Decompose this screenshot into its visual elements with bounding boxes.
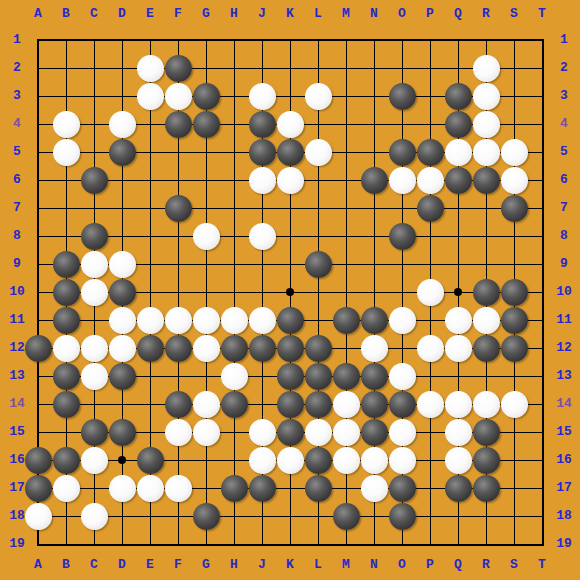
col-label-top-M: M bbox=[342, 7, 350, 21]
col-label-bottom-N: N bbox=[370, 558, 378, 572]
stone-white-E17[interactable] bbox=[137, 475, 164, 502]
row-label-right-6: 6 bbox=[560, 173, 568, 187]
star-point-D16 bbox=[118, 456, 126, 464]
stone-black-B13[interactable] bbox=[53, 363, 80, 390]
row-label-right-7: 7 bbox=[560, 201, 568, 215]
stone-white-J16[interactable] bbox=[249, 447, 276, 474]
stone-white-C13[interactable] bbox=[81, 363, 108, 390]
stone-black-F14[interactable] bbox=[165, 391, 192, 418]
stone-black-J4[interactable] bbox=[249, 111, 276, 138]
row-label-right-19: 19 bbox=[556, 537, 572, 551]
stone-white-F17[interactable] bbox=[165, 475, 192, 502]
stone-white-J3[interactable] bbox=[249, 83, 276, 110]
col-label-top-N: N bbox=[370, 7, 378, 21]
stone-black-D15[interactable] bbox=[109, 419, 136, 446]
stone-white-C9[interactable] bbox=[81, 251, 108, 278]
stone-black-F12[interactable] bbox=[165, 335, 192, 362]
row-label-right-9: 9 bbox=[560, 257, 568, 271]
row-label-right-8: 8 bbox=[560, 229, 568, 243]
stone-black-K12[interactable] bbox=[277, 335, 304, 362]
row-label-left-3: 3 bbox=[13, 89, 21, 103]
stone-white-B12[interactable] bbox=[53, 335, 80, 362]
col-label-bottom-T: T bbox=[538, 558, 546, 572]
stone-black-M18[interactable] bbox=[333, 503, 360, 530]
stone-black-S7[interactable] bbox=[501, 195, 528, 222]
stone-white-S14[interactable] bbox=[501, 391, 528, 418]
row-label-left-13: 13 bbox=[9, 369, 25, 383]
stone-black-R12[interactable] bbox=[473, 335, 500, 362]
stone-black-R17[interactable] bbox=[473, 475, 500, 502]
stone-black-O18[interactable] bbox=[389, 503, 416, 530]
stone-white-Q14[interactable] bbox=[445, 391, 472, 418]
stone-white-M15[interactable] bbox=[333, 419, 360, 446]
col-label-bottom-G: G bbox=[202, 558, 210, 572]
stone-black-G18[interactable] bbox=[193, 503, 220, 530]
stone-white-P12[interactable] bbox=[417, 335, 444, 362]
stone-white-J11[interactable] bbox=[249, 307, 276, 334]
stone-black-N6[interactable] bbox=[361, 167, 388, 194]
stone-black-R16[interactable] bbox=[473, 447, 500, 474]
stone-black-F4[interactable] bbox=[165, 111, 192, 138]
col-label-top-O: O bbox=[398, 7, 406, 21]
stone-white-R5[interactable] bbox=[473, 139, 500, 166]
stone-white-H11[interactable] bbox=[221, 307, 248, 334]
row-label-right-2: 2 bbox=[560, 61, 568, 75]
stone-white-N17[interactable] bbox=[361, 475, 388, 502]
stone-white-K16[interactable] bbox=[277, 447, 304, 474]
stone-white-C16[interactable] bbox=[81, 447, 108, 474]
stone-white-R14[interactable] bbox=[473, 391, 500, 418]
stone-white-J8[interactable] bbox=[249, 223, 276, 250]
row-label-left-10: 10 bbox=[9, 285, 25, 299]
col-label-bottom-O: O bbox=[398, 558, 406, 572]
stone-black-L9[interactable] bbox=[305, 251, 332, 278]
stone-black-C6[interactable] bbox=[81, 167, 108, 194]
row-label-left-18: 18 bbox=[9, 509, 25, 523]
stone-black-J12[interactable] bbox=[249, 335, 276, 362]
row-label-left-12: 12 bbox=[9, 341, 25, 355]
stone-black-B14[interactable] bbox=[53, 391, 80, 418]
stone-black-N15[interactable] bbox=[361, 419, 388, 446]
go-board-screen: AABBCCDDEEFFGGHHJJKKLLMMNNOOPPQQRRSSTT11… bbox=[0, 0, 580, 580]
stone-black-R6[interactable] bbox=[473, 167, 500, 194]
stone-white-R4[interactable] bbox=[473, 111, 500, 138]
stone-white-F3[interactable] bbox=[165, 83, 192, 110]
col-label-bottom-M: M bbox=[342, 558, 350, 572]
stone-black-A17[interactable] bbox=[25, 475, 52, 502]
col-label-bottom-Q: Q bbox=[454, 558, 462, 572]
stone-black-L13[interactable] bbox=[305, 363, 332, 390]
row-label-right-10: 10 bbox=[556, 285, 572, 299]
row-label-right-4: 4 bbox=[560, 117, 568, 131]
stone-black-O5[interactable] bbox=[389, 139, 416, 166]
col-label-bottom-F: F bbox=[174, 558, 182, 572]
stone-black-O3[interactable] bbox=[389, 83, 416, 110]
stone-white-M14[interactable] bbox=[333, 391, 360, 418]
stone-white-D9[interactable] bbox=[109, 251, 136, 278]
col-label-top-B: B bbox=[62, 7, 70, 21]
stone-black-N13[interactable] bbox=[361, 363, 388, 390]
stone-white-G15[interactable] bbox=[193, 419, 220, 446]
stone-white-D12[interactable] bbox=[109, 335, 136, 362]
stone-white-D11[interactable] bbox=[109, 307, 136, 334]
stone-black-F7[interactable] bbox=[165, 195, 192, 222]
stone-white-O16[interactable] bbox=[389, 447, 416, 474]
stone-black-P5[interactable] bbox=[417, 139, 444, 166]
row-label-right-3: 3 bbox=[560, 89, 568, 103]
row-label-right-13: 13 bbox=[556, 369, 572, 383]
row-label-left-16: 16 bbox=[9, 453, 25, 467]
row-label-right-15: 15 bbox=[556, 425, 572, 439]
stone-black-N11[interactable] bbox=[361, 307, 388, 334]
col-label-top-Q: Q bbox=[454, 7, 462, 21]
stone-white-D4[interactable] bbox=[109, 111, 136, 138]
stone-white-L15[interactable] bbox=[305, 419, 332, 446]
row-label-left-2: 2 bbox=[13, 61, 21, 75]
stone-black-K15[interactable] bbox=[277, 419, 304, 446]
col-label-top-A: A bbox=[34, 7, 42, 21]
col-label-top-F: F bbox=[174, 7, 182, 21]
stone-black-E12[interactable] bbox=[137, 335, 164, 362]
stone-white-O15[interactable] bbox=[389, 419, 416, 446]
stone-black-S12[interactable] bbox=[501, 335, 528, 362]
stone-black-D10[interactable] bbox=[109, 279, 136, 306]
col-label-bottom-P: P bbox=[426, 558, 434, 572]
stone-white-M16[interactable] bbox=[333, 447, 360, 474]
stone-black-L16[interactable] bbox=[305, 447, 332, 474]
row-label-left-14: 14 bbox=[9, 397, 25, 411]
stone-black-S11[interactable] bbox=[501, 307, 528, 334]
stone-black-C15[interactable] bbox=[81, 419, 108, 446]
col-label-top-P: P bbox=[426, 7, 434, 21]
stone-black-H12[interactable] bbox=[221, 335, 248, 362]
col-label-bottom-H: H bbox=[230, 558, 238, 572]
col-label-bottom-B: B bbox=[62, 558, 70, 572]
stone-white-E2[interactable] bbox=[137, 55, 164, 82]
stone-black-A12[interactable] bbox=[25, 335, 52, 362]
stone-black-D13[interactable] bbox=[109, 363, 136, 390]
row-label-left-11: 11 bbox=[9, 313, 25, 327]
col-label-top-L: L bbox=[314, 7, 322, 21]
stone-black-B10[interactable] bbox=[53, 279, 80, 306]
row-label-right-11: 11 bbox=[556, 313, 572, 327]
stone-black-L12[interactable] bbox=[305, 335, 332, 362]
stone-white-G14[interactable] bbox=[193, 391, 220, 418]
stone-black-B16[interactable] bbox=[53, 447, 80, 474]
col-label-bottom-R: R bbox=[482, 558, 490, 572]
stone-white-F11[interactable] bbox=[165, 307, 192, 334]
stone-white-Q12[interactable] bbox=[445, 335, 472, 362]
stone-black-P7[interactable] bbox=[417, 195, 444, 222]
stone-white-B5[interactable] bbox=[53, 139, 80, 166]
col-label-bottom-C: C bbox=[90, 558, 98, 572]
stone-black-J5[interactable] bbox=[249, 139, 276, 166]
stone-black-L14[interactable] bbox=[305, 391, 332, 418]
stone-black-M11[interactable] bbox=[333, 307, 360, 334]
stone-black-B11[interactable] bbox=[53, 307, 80, 334]
col-label-top-K: K bbox=[286, 7, 294, 21]
stone-white-L3[interactable] bbox=[305, 83, 332, 110]
stone-black-H14[interactable] bbox=[221, 391, 248, 418]
stone-black-R10[interactable] bbox=[473, 279, 500, 306]
row-label-right-17: 17 bbox=[556, 481, 572, 495]
stone-white-J15[interactable] bbox=[249, 419, 276, 446]
stone-black-Q17[interactable] bbox=[445, 475, 472, 502]
stone-white-S6[interactable] bbox=[501, 167, 528, 194]
stone-white-P6[interactable] bbox=[417, 167, 444, 194]
row-label-left-4: 4 bbox=[13, 117, 21, 131]
row-label-right-18: 18 bbox=[556, 509, 572, 523]
stone-black-D5[interactable] bbox=[109, 139, 136, 166]
stone-black-G4[interactable] bbox=[193, 111, 220, 138]
stone-black-C8[interactable] bbox=[81, 223, 108, 250]
row-label-left-5: 5 bbox=[13, 145, 21, 159]
stone-black-A16[interactable] bbox=[25, 447, 52, 474]
stone-white-A18[interactable] bbox=[25, 503, 52, 530]
stone-black-O8[interactable] bbox=[389, 223, 416, 250]
stone-black-R15[interactable] bbox=[473, 419, 500, 446]
stone-white-Q16[interactable] bbox=[445, 447, 472, 474]
stone-white-P14[interactable] bbox=[417, 391, 444, 418]
col-label-top-G: G bbox=[202, 7, 210, 21]
stone-black-M13[interactable] bbox=[333, 363, 360, 390]
col-label-top-T: T bbox=[538, 7, 546, 21]
stone-white-Q11[interactable] bbox=[445, 307, 472, 334]
stone-black-S10[interactable] bbox=[501, 279, 528, 306]
stone-black-L17[interactable] bbox=[305, 475, 332, 502]
stone-black-F2[interactable] bbox=[165, 55, 192, 82]
col-label-bottom-J: J bbox=[258, 558, 266, 572]
stone-white-N12[interactable] bbox=[361, 335, 388, 362]
stone-black-H17[interactable] bbox=[221, 475, 248, 502]
stone-black-J17[interactable] bbox=[249, 475, 276, 502]
stone-white-G8[interactable] bbox=[193, 223, 220, 250]
stone-white-R2[interactable] bbox=[473, 55, 500, 82]
col-label-top-S: S bbox=[510, 7, 518, 21]
stone-white-C12[interactable] bbox=[81, 335, 108, 362]
stone-black-K5[interactable] bbox=[277, 139, 304, 166]
row-label-left-6: 6 bbox=[13, 173, 21, 187]
stone-white-G12[interactable] bbox=[193, 335, 220, 362]
col-label-bottom-A: A bbox=[34, 558, 42, 572]
stone-black-N14[interactable] bbox=[361, 391, 388, 418]
stone-white-N16[interactable] bbox=[361, 447, 388, 474]
star-point-K10 bbox=[286, 288, 294, 296]
stone-black-G3[interactable] bbox=[193, 83, 220, 110]
col-label-bottom-D: D bbox=[118, 558, 126, 572]
row-label-left-7: 7 bbox=[13, 201, 21, 215]
stone-black-O17[interactable] bbox=[389, 475, 416, 502]
star-point-Q10 bbox=[454, 288, 462, 296]
stone-white-Q5[interactable] bbox=[445, 139, 472, 166]
row-label-left-19: 19 bbox=[9, 537, 25, 551]
stone-white-J6[interactable] bbox=[249, 167, 276, 194]
col-label-bottom-L: L bbox=[314, 558, 322, 572]
stone-black-Q6[interactable] bbox=[445, 167, 472, 194]
stone-black-K13[interactable] bbox=[277, 363, 304, 390]
row-label-left-17: 17 bbox=[9, 481, 25, 495]
row-label-right-12: 12 bbox=[556, 341, 572, 355]
stone-white-R11[interactable] bbox=[473, 307, 500, 334]
stone-white-O11[interactable] bbox=[389, 307, 416, 334]
stone-white-B17[interactable] bbox=[53, 475, 80, 502]
col-label-top-R: R bbox=[482, 7, 490, 21]
stone-white-L5[interactable] bbox=[305, 139, 332, 166]
stone-black-O14[interactable] bbox=[389, 391, 416, 418]
stone-white-K4[interactable] bbox=[277, 111, 304, 138]
stone-white-G11[interactable] bbox=[193, 307, 220, 334]
row-label-right-14: 14 bbox=[556, 397, 572, 411]
row-label-right-5: 5 bbox=[560, 145, 568, 159]
stone-white-K6[interactable] bbox=[277, 167, 304, 194]
stone-white-F15[interactable] bbox=[165, 419, 192, 446]
row-label-left-8: 8 bbox=[13, 229, 21, 243]
stone-white-P10[interactable] bbox=[417, 279, 444, 306]
stone-white-O6[interactable] bbox=[389, 167, 416, 194]
stone-black-K14[interactable] bbox=[277, 391, 304, 418]
col-label-top-H: H bbox=[230, 7, 238, 21]
row-label-right-16: 16 bbox=[556, 453, 572, 467]
col-label-top-J: J bbox=[258, 7, 266, 21]
stone-black-Q3[interactable] bbox=[445, 83, 472, 110]
col-label-bottom-E: E bbox=[146, 558, 154, 572]
stone-black-Q4[interactable] bbox=[445, 111, 472, 138]
row-label-left-15: 15 bbox=[9, 425, 25, 439]
row-label-left-1: 1 bbox=[13, 33, 21, 47]
stone-white-E11[interactable] bbox=[137, 307, 164, 334]
col-label-bottom-K: K bbox=[286, 558, 294, 572]
col-label-bottom-S: S bbox=[510, 558, 518, 572]
row-label-right-1: 1 bbox=[560, 33, 568, 47]
stone-white-E3[interactable] bbox=[137, 83, 164, 110]
stone-white-R3[interactable] bbox=[473, 83, 500, 110]
stone-white-C18[interactable] bbox=[81, 503, 108, 530]
stone-black-K11[interactable] bbox=[277, 307, 304, 334]
stone-black-E16[interactable] bbox=[137, 447, 164, 474]
stone-white-S5[interactable] bbox=[501, 139, 528, 166]
stone-white-C10[interactable] bbox=[81, 279, 108, 306]
stone-white-B4[interactable] bbox=[53, 111, 80, 138]
stone-white-Q15[interactable] bbox=[445, 419, 472, 446]
stone-white-D17[interactable] bbox=[109, 475, 136, 502]
row-label-left-9: 9 bbox=[13, 257, 21, 271]
col-label-top-E: E bbox=[146, 7, 154, 21]
stone-white-O13[interactable] bbox=[389, 363, 416, 390]
col-label-top-D: D bbox=[118, 7, 126, 21]
col-label-top-C: C bbox=[90, 7, 98, 21]
stone-white-H13[interactable] bbox=[221, 363, 248, 390]
stone-black-B9[interactable] bbox=[53, 251, 80, 278]
